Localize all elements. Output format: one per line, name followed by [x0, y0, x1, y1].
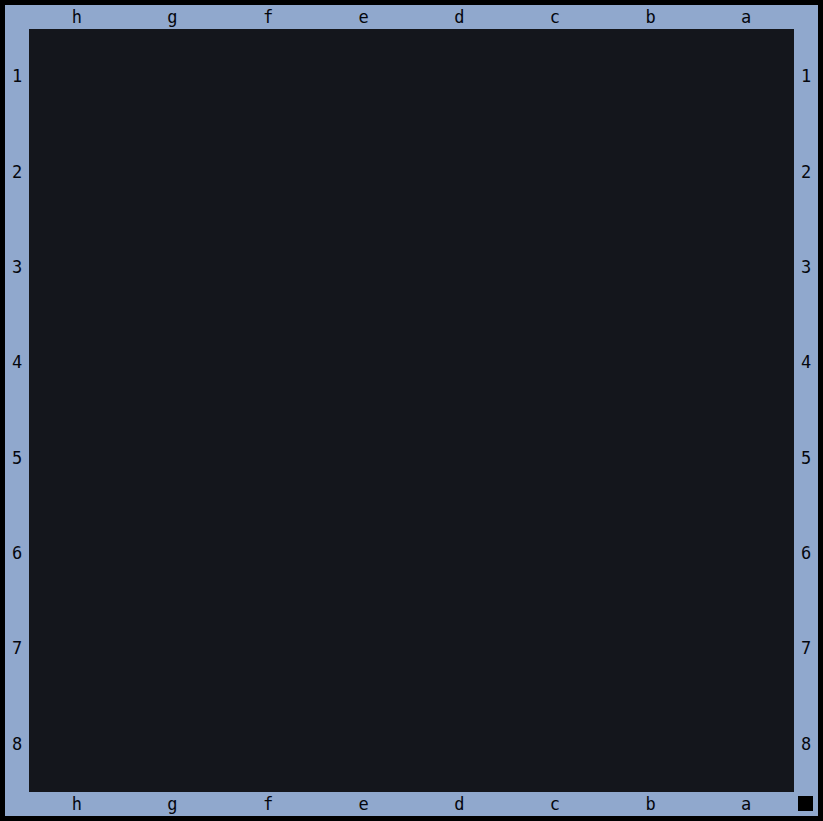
rank-label-2: 2	[12, 164, 22, 181]
rank-label-8: 8	[12, 736, 22, 753]
rank-labels-right: 12345678	[794, 29, 818, 792]
file-label-c: c	[507, 9, 603, 26]
rank-label-5: 5	[801, 450, 811, 467]
rank-label-5: 5	[12, 450, 22, 467]
rank-labels-left: 12345678	[5, 29, 29, 792]
file-label-d: d	[412, 9, 508, 26]
file-labels-bottom: hgfedcba	[29, 792, 794, 816]
file-label-e: e	[316, 9, 412, 26]
file-label-g: g	[125, 796, 221, 813]
rank-label-6: 6	[12, 545, 22, 562]
rank-label-7: 7	[801, 640, 811, 657]
file-label-d: d	[412, 796, 508, 813]
file-label-f: f	[220, 796, 316, 813]
file-label-h: h	[29, 9, 125, 26]
black-to-move-marker	[798, 796, 813, 811]
file-label-g: g	[125, 9, 221, 26]
rank-label-4: 4	[12, 354, 22, 371]
rank-label-1: 1	[801, 68, 811, 85]
file-labels-top: hgfedcba	[29, 5, 794, 29]
rank-label-6: 6	[801, 545, 811, 562]
rank-label-3: 3	[12, 259, 22, 276]
rank-label-2: 2	[801, 164, 811, 181]
file-label-b: b	[603, 796, 699, 813]
file-label-a: a	[698, 796, 794, 813]
chess-board	[29, 29, 794, 792]
rank-label-7: 7	[12, 640, 22, 657]
rank-label-1: 1	[12, 68, 22, 85]
file-label-a: a	[698, 9, 794, 26]
chess-diagram: hgfedcba hgfedcba 12345678 12345678	[0, 0, 823, 821]
file-label-f: f	[220, 9, 316, 26]
rank-label-8: 8	[801, 736, 811, 753]
file-label-h: h	[29, 796, 125, 813]
file-label-c: c	[507, 796, 603, 813]
rank-label-3: 3	[801, 259, 811, 276]
board-frame: hgfedcba hgfedcba 12345678 12345678	[0, 0, 823, 821]
rank-label-4: 4	[801, 354, 811, 371]
file-label-e: e	[316, 796, 412, 813]
board-border-band: hgfedcba hgfedcba 12345678 12345678	[5, 5, 818, 816]
file-label-b: b	[603, 9, 699, 26]
